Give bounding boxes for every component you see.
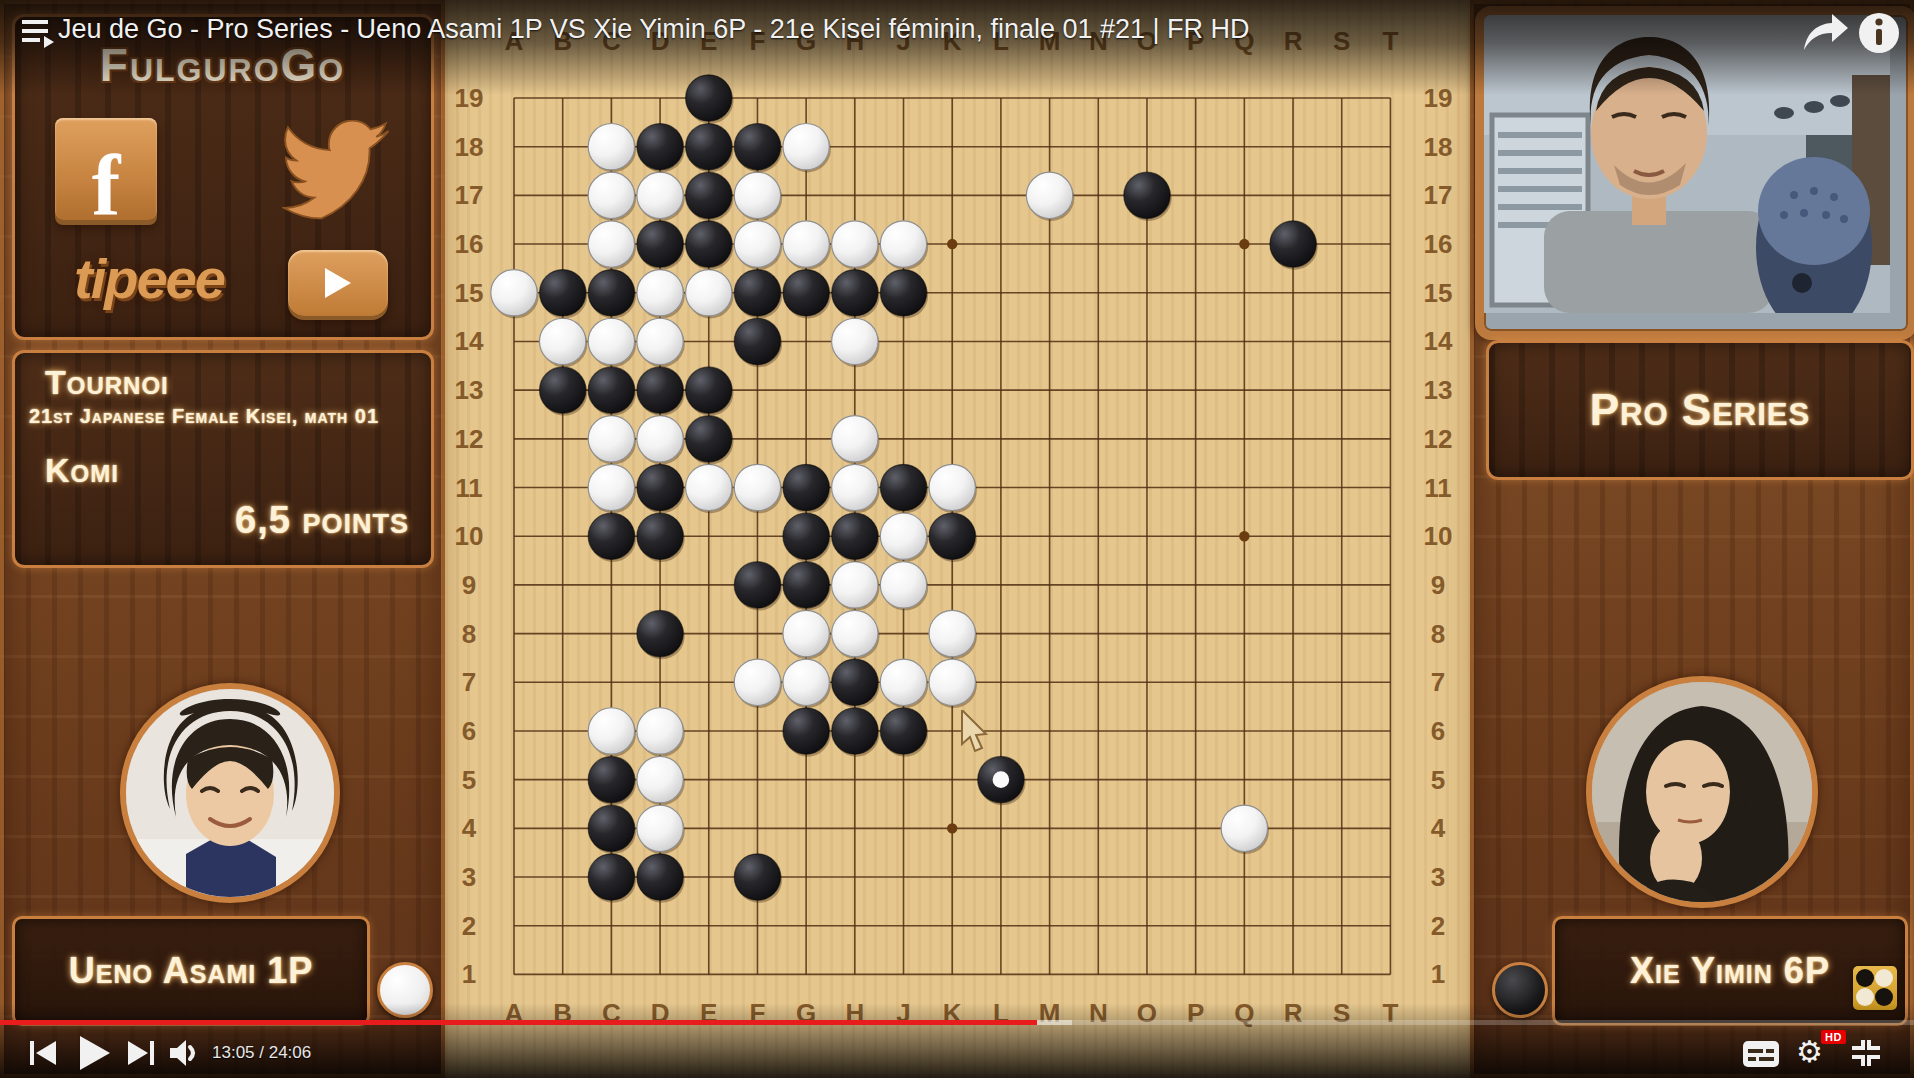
next-button[interactable] [126,1038,156,1068]
svg-text:3: 3 [462,862,476,892]
series-box: Pro Series [1486,340,1914,480]
svg-text:11: 11 [455,473,483,503]
svg-text:19: 19 [1424,83,1453,113]
svg-text:11: 11 [1424,473,1452,503]
youtube-play-triangle [325,268,351,298]
svg-text:9: 9 [1431,570,1445,600]
svg-text:14: 14 [1424,326,1453,356]
svg-text:17: 17 [455,180,484,210]
ueno-asami-photo [120,683,340,903]
svg-text:15: 15 [455,278,484,308]
svg-text:4: 4 [462,813,477,843]
progress-bar[interactable] [0,1020,1914,1025]
svg-text:7: 7 [462,667,476,697]
svg-text:13: 13 [1424,375,1453,405]
gear-glyph: ⚙ [1796,1035,1823,1068]
svg-text:R: R [1284,26,1303,56]
facebook-icon[interactable]: f [55,118,157,220]
video-player: AABBCCDDEEFFGGHHJJKKLLMMNNOOPPQQRRSSTT19… [0,0,1914,1078]
played-bar [0,1020,1037,1025]
xie-yimin-avatar [1592,682,1812,902]
svg-text:5: 5 [1431,765,1445,795]
svg-text:15: 15 [1424,278,1453,308]
svg-text:10: 10 [1424,521,1453,551]
ueno-name-plate: Ueno Asami 1P [12,916,370,1026]
go-board-svg: AABBCCDDEEFFGGHHJJKKLLMMNNOOPPQQRRSSTT19… [445,0,1470,1078]
info-box: Tournoi 21st Japanese Female Kisei, math… [12,350,434,568]
svg-text:S: S [1333,26,1350,56]
svg-text:2: 2 [1431,911,1445,941]
svg-text:16: 16 [1424,229,1453,259]
svg-text:19: 19 [455,83,484,113]
webcam-scene [1484,15,1890,313]
subtitles-icon[interactable] [1742,1040,1780,1068]
xie-yimin-photo [1586,676,1818,908]
previous-button[interactable] [28,1038,58,1068]
left-sidebar: FulguroGo f tipeee Tournoi 21st Japanese… [0,0,445,1078]
hd-badge: HD [1821,1030,1846,1044]
webcam-frame [1475,6,1914,340]
go-board[interactable]: AABBCCDDEEFFGGHHJJKKLLMMNNOOPPQQRRSSTT19… [445,0,1470,1078]
svg-text:2: 2 [462,911,476,941]
tournament-value: 21st Japanese Female Kisei, math 01 [29,405,379,428]
svg-text:12: 12 [455,424,484,454]
ueno-asami-avatar [126,689,334,897]
channel-logo: FulguroGo [0,38,445,92]
svg-text:1: 1 [1431,959,1445,989]
svg-text:18: 18 [1424,132,1453,162]
svg-text:6: 6 [1431,716,1445,746]
svg-text:T: T [1382,26,1398,56]
volume-icon[interactable] [168,1038,202,1068]
svg-text:18: 18 [455,132,484,162]
twitter-icon[interactable] [282,120,398,220]
svg-text:7: 7 [1431,667,1445,697]
ueno-name: Ueno Asami 1P [69,950,313,992]
time-display: 13:05 / 24:06 [212,1043,311,1063]
ueno-color-stone [377,962,433,1018]
video-title[interactable]: Jeu de Go - Pro Series - Ueno Asami 1P V… [58,14,1250,45]
svg-text:4: 4 [1431,813,1446,843]
svg-text:16: 16 [455,229,484,259]
svg-text:17: 17 [1424,180,1453,210]
right-sidebar: Pro Series Xie Yimin 6P [1470,0,1914,1078]
svg-text:9: 9 [462,570,476,600]
svg-text:8: 8 [1431,619,1445,649]
komi-label: Komi [45,451,119,490]
svg-text:3: 3 [1431,862,1445,892]
settings-gear-icon[interactable]: ⚙ HD [1796,1034,1836,1068]
exit-fullscreen-icon[interactable] [1850,1038,1882,1068]
svg-text:12: 12 [1424,424,1453,454]
svg-text:5: 5 [462,765,476,795]
komi-value: 6,5 points [235,499,409,542]
xie-name: Xie Yimin 6P [1630,950,1830,992]
play-button[interactable] [76,1034,112,1072]
xie-color-stone [1492,962,1548,1018]
playlist-queue-icon[interactable] [22,18,56,50]
svg-text:8: 8 [462,619,476,649]
tipeee-logo[interactable]: tipeee [44,246,254,311]
svg-text:14: 14 [455,326,484,356]
svg-text:13: 13 [455,375,484,405]
svg-text:10: 10 [455,521,484,551]
svg-text:6: 6 [462,716,476,746]
youtube-icon[interactable] [288,250,388,316]
info-icon[interactable] [1858,12,1900,54]
tournament-label: Tournoi [45,363,169,402]
fulgurogo-mini-logo [1853,966,1897,1010]
series-label: Pro Series [1590,385,1810,435]
share-icon[interactable] [1802,12,1850,54]
svg-text:1: 1 [462,959,476,989]
